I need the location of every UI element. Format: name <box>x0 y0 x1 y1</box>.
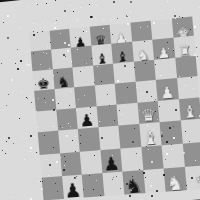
noise-speck <box>134 67 135 68</box>
noise-speck <box>91 58 92 59</box>
noise-speck <box>8 94 9 95</box>
noise-speck <box>151 195 153 197</box>
noise-speck <box>191 177 193 179</box>
noise-speck <box>180 9 181 10</box>
noise-speck <box>183 152 185 154</box>
noise-speck <box>121 123 122 124</box>
noise-speck <box>17 49 18 50</box>
noise-speck <box>171 149 172 150</box>
noise-speck <box>191 77 192 78</box>
noise-speck <box>72 140 73 141</box>
noise-speck <box>31 102 32 103</box>
noise-speck <box>127 87 128 88</box>
noise-speck <box>80 143 81 144</box>
film-grain-noise <box>0 0 200 200</box>
noise-speck <box>75 136 76 137</box>
noise-speck <box>151 96 152 97</box>
noise-speck <box>2 150 3 151</box>
noise-speck <box>40 181 41 182</box>
noise-speck <box>27 6 28 7</box>
noise-speck <box>60 126 61 127</box>
noise-speck <box>150 81 151 82</box>
noise-speck <box>127 15 128 16</box>
noise-speck <box>137 188 138 189</box>
noise-speck <box>63 169 65 171</box>
noise-speck <box>100 195 101 196</box>
noise-speck <box>66 135 68 137</box>
noise-speck <box>37 4 38 5</box>
noise-speck <box>145 63 146 64</box>
noise-speck <box>173 50 174 51</box>
noise-speck <box>58 103 59 104</box>
noise-speck <box>194 54 196 56</box>
noise-speck <box>96 5 97 6</box>
noise-speck <box>136 153 137 154</box>
noise-speck <box>24 159 25 160</box>
noise-speck <box>142 93 143 94</box>
noise-speck <box>153 129 154 130</box>
noise-speck <box>44 135 45 136</box>
noise-speck <box>173 49 174 50</box>
noise-speck <box>74 177 76 179</box>
noise-speck <box>35 84 36 85</box>
noise-speck <box>60 157 61 158</box>
noise-speck <box>197 56 198 57</box>
noise-speck <box>84 95 85 96</box>
noise-speck <box>64 156 65 157</box>
noise-speck <box>190 29 191 30</box>
noise-speck <box>186 185 187 186</box>
noise-speck <box>76 176 77 177</box>
noise-speck <box>75 151 76 152</box>
noise-speck <box>60 33 61 34</box>
noise-speck <box>3 22 4 23</box>
noise-speck <box>69 105 70 106</box>
noise-speck <box>6 105 7 106</box>
noise-speck <box>19 118 20 119</box>
noise-speck <box>154 173 155 174</box>
noise-speck <box>50 42 51 43</box>
noise-speck <box>121 114 122 115</box>
noise-speck <box>168 48 169 49</box>
noise-speck <box>57 191 58 192</box>
noise-speck <box>30 135 32 137</box>
noise-speck <box>21 91 22 92</box>
noise-speck <box>171 144 172 145</box>
noise-speck <box>117 80 119 82</box>
noise-speck <box>107 94 108 95</box>
noise-speck <box>71 61 72 62</box>
noise-speck <box>45 102 46 103</box>
noise-speck <box>54 27 56 29</box>
noise-speck <box>15 63 16 64</box>
noise-speck <box>77 20 78 21</box>
noise-speck <box>30 151 31 152</box>
noise-speck <box>77 49 78 50</box>
noise-speck <box>96 180 97 181</box>
noise-speck <box>42 23 43 24</box>
noise-speck <box>46 53 47 54</box>
noise-speck <box>145 177 146 178</box>
noise-speck <box>199 115 200 117</box>
noise-speck <box>70 5 71 6</box>
noise-speck <box>56 161 58 163</box>
noise-speck <box>112 155 113 156</box>
noise-speck <box>129 17 130 18</box>
noise-speck <box>120 188 121 189</box>
noise-speck <box>76 110 77 111</box>
noise-speck <box>91 16 93 18</box>
noise-speck <box>42 31 43 32</box>
noise-speck <box>19 27 20 28</box>
noise-speck <box>114 120 115 121</box>
noise-speck <box>125 61 126 62</box>
noise-speck <box>80 71 81 72</box>
noise-speck <box>138 57 139 58</box>
noise-speck <box>185 31 186 32</box>
noise-speck <box>139 110 140 111</box>
noise-speck <box>40 64 41 65</box>
noise-speck <box>86 63 87 64</box>
noise-speck <box>49 164 51 166</box>
noise-speck <box>36 3 37 4</box>
noise-speck <box>147 125 148 126</box>
noise-speck <box>11 79 13 81</box>
noise-speck <box>130 1 132 3</box>
noise-speck <box>165 159 166 160</box>
noise-speck <box>146 91 148 93</box>
noise-speck <box>174 9 175 10</box>
noise-speck <box>55 0 56 1</box>
noise-speck <box>33 23 34 24</box>
noise-speck <box>141 199 142 200</box>
noise-speck <box>86 31 87 32</box>
noise-speck <box>127 23 129 25</box>
noise-speck <box>175 109 177 111</box>
noise-speck <box>53 126 54 127</box>
noise-speck <box>13 143 14 144</box>
noise-speck <box>167 1 168 2</box>
noise-speck <box>177 33 178 34</box>
noise-speck <box>153 22 155 24</box>
noise-speck <box>144 41 145 42</box>
noise-speck <box>139 169 140 170</box>
noise-speck <box>103 28 104 29</box>
noise-speck <box>90 16 92 18</box>
noise-speck <box>170 19 171 20</box>
noise-speck <box>47 46 48 47</box>
noise-speck <box>73 11 74 12</box>
noise-speck <box>17 68 19 70</box>
noise-speck <box>71 91 72 92</box>
noise-speck <box>111 19 112 20</box>
noise-speck <box>113 177 114 178</box>
noise-speck <box>22 137 23 138</box>
noise-speck <box>53 75 54 76</box>
noise-speck <box>89 175 90 176</box>
noise-speck <box>126 183 128 185</box>
noise-speck <box>174 15 176 17</box>
noise-speck <box>132 141 134 143</box>
noise-speck <box>163 174 165 176</box>
noise-speck <box>147 26 148 27</box>
noise-speck <box>132 176 133 177</box>
noise-speck <box>27 98 28 99</box>
noise-speck <box>65 56 66 57</box>
noise-speck <box>166 153 168 155</box>
noise-speck <box>160 75 161 76</box>
noise-speck <box>155 111 156 112</box>
noise-speck <box>49 68 50 69</box>
chessboard-photo: ♟♛♟♚♝♝♞♟♜♚♞♟♟♛♝♝♟♟♞♞ ··|··|·· ♔ ··· <box>0 0 200 200</box>
noise-speck <box>161 135 163 137</box>
noise-speck <box>67 50 69 52</box>
noise-speck <box>179 16 180 17</box>
noise-speck <box>199 7 200 8</box>
noise-speck <box>194 26 196 28</box>
noise-speck <box>124 65 126 67</box>
noise-speck <box>33 31 34 32</box>
noise-speck <box>64 10 66 12</box>
noise-speck <box>63 58 64 59</box>
noise-speck <box>75 37 76 38</box>
noise-speck <box>148 149 149 150</box>
noise-speck <box>195 160 196 161</box>
noise-speck <box>155 99 156 100</box>
noise-speck <box>140 27 141 28</box>
noise-speck <box>117 18 118 19</box>
noise-speck <box>46 159 47 160</box>
noise-speck <box>89 4 90 5</box>
noise-speck <box>167 42 168 43</box>
noise-speck <box>63 54 65 56</box>
noise-speck <box>146 146 147 147</box>
noise-speck <box>155 64 156 65</box>
noise-speck <box>90 113 91 114</box>
noise-speck <box>74 177 75 178</box>
noise-speck <box>30 147 32 149</box>
noise-speck <box>112 34 113 35</box>
noise-speck <box>62 127 63 128</box>
noise-speck <box>8 137 10 139</box>
noise-speck <box>1 63 2 64</box>
noise-speck <box>193 88 194 89</box>
noise-speck <box>64 165 65 166</box>
noise-speck <box>33 53 34 54</box>
noise-speck <box>161 10 162 11</box>
noise-speck <box>37 32 38 33</box>
noise-speck <box>46 3 47 4</box>
noise-speck <box>173 164 174 165</box>
noise-speck <box>76 42 77 43</box>
noise-speck <box>157 57 158 58</box>
noise-speck <box>134 128 135 129</box>
noise-speck <box>151 131 152 132</box>
noise-speck <box>83 31 84 32</box>
noise-speck <box>27 51 28 52</box>
noise-speck <box>38 98 39 99</box>
noise-speck <box>94 82 95 83</box>
noise-speck <box>156 190 158 192</box>
noise-speck <box>65 161 66 162</box>
noise-speck <box>131 190 132 191</box>
noise-speck <box>109 105 110 106</box>
noise-speck <box>94 155 95 156</box>
noise-speck <box>169 127 171 129</box>
noise-speck <box>103 20 104 21</box>
noise-speck <box>189 141 190 142</box>
noise-speck <box>99 121 100 122</box>
noise-speck <box>116 176 117 177</box>
noise-speck <box>6 141 7 142</box>
noise-speck <box>159 106 160 107</box>
noise-speck <box>39 181 40 182</box>
noise-speck <box>83 189 84 190</box>
noise-speck <box>151 161 153 163</box>
noise-speck <box>34 136 35 137</box>
noise-speck <box>12 197 13 198</box>
noise-speck <box>37 127 38 128</box>
noise-speck <box>36 111 37 112</box>
noise-speck <box>101 137 103 139</box>
noise-speck <box>173 126 174 127</box>
noise-speck <box>80 7 81 8</box>
noise-speck <box>161 132 162 133</box>
noise-speck <box>42 181 43 182</box>
noise-speck <box>136 87 137 88</box>
noise-speck <box>97 66 98 67</box>
noise-speck <box>26 97 27 98</box>
noise-speck <box>185 131 186 132</box>
noise-speck <box>30 198 32 200</box>
noise-speck <box>68 123 69 124</box>
noise-speck <box>41 188 43 190</box>
noise-speck <box>93 189 94 190</box>
noise-speck <box>177 23 178 24</box>
noise-speck <box>112 179 113 180</box>
noise-speck <box>68 44 70 46</box>
noise-speck <box>78 99 79 100</box>
noise-speck <box>99 150 100 151</box>
noise-speck <box>150 185 152 187</box>
noise-speck <box>28 64 30 66</box>
noise-speck <box>7 37 9 39</box>
noise-speck <box>125 39 126 40</box>
noise-speck <box>43 52 44 53</box>
noise-speck <box>48 175 49 176</box>
noise-speck <box>130 12 131 13</box>
noise-speck <box>55 23 56 24</box>
noise-speck <box>101 81 102 82</box>
noise-speck <box>113 1 115 3</box>
noise-speck <box>185 85 186 86</box>
noise-speck <box>36 152 37 153</box>
noise-speck <box>26 64 27 65</box>
noise-speck <box>33 34 35 36</box>
noise-speck <box>163 59 164 60</box>
noise-speck <box>126 15 128 17</box>
noise-speck <box>173 137 175 139</box>
noise-speck <box>5 153 6 154</box>
noise-speck <box>57 72 58 73</box>
noise-speck <box>154 101 155 102</box>
noise-speck <box>23 70 24 71</box>
noise-speck <box>80 135 81 136</box>
noise-speck <box>196 47 197 48</box>
noise-speck <box>179 76 180 77</box>
noise-speck <box>55 183 56 184</box>
noise-speck <box>70 126 71 127</box>
noise-speck <box>129 195 131 197</box>
noise-speck <box>56 20 57 21</box>
noise-speck <box>53 109 55 111</box>
noise-speck <box>175 18 176 19</box>
noise-speck <box>166 141 168 143</box>
noise-speck <box>157 119 158 120</box>
noise-speck <box>44 98 45 99</box>
noise-speck <box>182 17 183 18</box>
noise-speck <box>64 42 66 44</box>
noise-speck <box>52 99 54 101</box>
noise-speck <box>119 110 120 111</box>
noise-speck <box>90 107 91 108</box>
noise-speck <box>7 15 9 17</box>
noise-speck <box>53 147 54 148</box>
noise-speck <box>143 172 145 174</box>
noise-speck <box>20 60 22 62</box>
